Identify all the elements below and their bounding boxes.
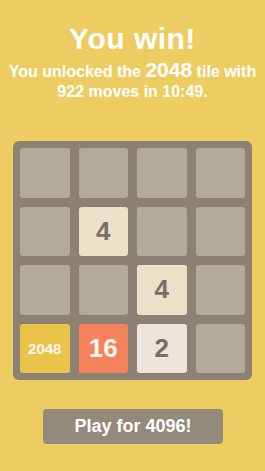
win-subtitle: You unlocked the 2048 tile with922 moves… <box>0 60 265 102</box>
play-next-button[interactable]: Play for 4096! <box>43 409 223 444</box>
empty-cell-r2c4 <box>196 207 246 257</box>
win-title: You win! <box>0 22 265 56</box>
tile-16-r4c2: 16 <box>79 324 129 374</box>
empty-cell-r1c1 <box>20 148 70 198</box>
empty-cell-r3c1 <box>20 265 70 315</box>
subtitle-pre: You unlocked the <box>9 63 146 80</box>
empty-cell-r1c2 <box>79 148 129 198</box>
empty-cell-r1c3 <box>137 148 187 198</box>
subtitle-post: tile with <box>192 63 256 80</box>
empty-cell-r3c2 <box>79 265 129 315</box>
tile-2048-r4c1: 2048 <box>20 324 70 374</box>
tile-4-r3c3: 4 <box>137 265 187 315</box>
game-board[interactable]: 442048162 <box>13 141 252 380</box>
subtitle-unlocked-tile: 2048 <box>145 58 192 81</box>
empty-cell-r4c4 <box>196 324 246 374</box>
empty-cell-r3c4 <box>196 265 246 315</box>
empty-cell-r1c4 <box>196 148 246 198</box>
empty-cell-r2c3 <box>137 207 187 257</box>
empty-cell-r2c1 <box>20 207 70 257</box>
subtitle-stats-line: 922 moves in 10:49. <box>57 83 207 100</box>
tile-4-r2c2: 4 <box>79 207 129 257</box>
tile-2-r4c3: 2 <box>137 324 187 374</box>
